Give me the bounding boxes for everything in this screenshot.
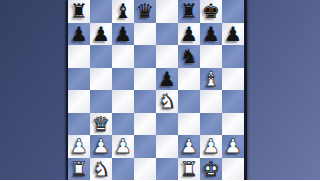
black-rook-a8[interactable]: ♜	[70, 0, 88, 23]
white-pawn-b2[interactable]: ♟	[92, 135, 110, 158]
square-b6[interactable]	[90, 45, 112, 68]
background: ♜♝♛♜♚♟♟♟♟♟♟♞♟♝♞♛♟♟♟♟♟♟♜♞♜♚	[0, 0, 320, 180]
square-h8[interactable]	[222, 0, 244, 23]
square-d4[interactable]	[134, 90, 156, 113]
square-g6[interactable]	[200, 45, 222, 68]
square-g1[interactable]: ♚	[200, 158, 222, 181]
square-f1[interactable]: ♜	[178, 158, 200, 181]
square-f4[interactable]	[178, 90, 200, 113]
square-h6[interactable]	[222, 45, 244, 68]
square-f7[interactable]: ♟	[178, 23, 200, 46]
black-king-g8[interactable]: ♚	[202, 0, 220, 23]
square-d3[interactable]	[134, 113, 156, 136]
white-rook-f1[interactable]: ♜	[180, 158, 198, 181]
square-g5[interactable]: ♝	[200, 68, 222, 91]
square-f8[interactable]: ♜	[178, 0, 200, 23]
square-b7[interactable]: ♟	[90, 23, 112, 46]
black-pawn-h7[interactable]: ♟	[224, 23, 242, 46]
square-e8[interactable]	[156, 0, 178, 23]
square-d5[interactable]	[134, 68, 156, 91]
black-pawn-g7[interactable]: ♟	[202, 23, 220, 46]
square-g2[interactable]: ♟	[200, 135, 222, 158]
square-d6[interactable]	[134, 45, 156, 68]
square-g8[interactable]: ♚	[200, 0, 222, 23]
square-a7[interactable]: ♟	[68, 23, 90, 46]
black-pawn-a7[interactable]: ♟	[70, 23, 88, 46]
square-e6[interactable]	[156, 45, 178, 68]
white-pawn-g2[interactable]: ♟	[202, 135, 220, 158]
square-h1[interactable]	[222, 158, 244, 181]
square-f5[interactable]	[178, 68, 200, 91]
square-b8[interactable]	[90, 0, 112, 23]
square-h5[interactable]	[222, 68, 244, 91]
black-pawn-f7[interactable]: ♟	[180, 23, 198, 46]
square-a5[interactable]	[68, 68, 90, 91]
square-c2[interactable]: ♟	[112, 135, 134, 158]
square-f6[interactable]: ♞	[178, 45, 200, 68]
square-d7[interactable]	[134, 23, 156, 46]
square-h7[interactable]: ♟	[222, 23, 244, 46]
square-e4[interactable]: ♞	[156, 90, 178, 113]
white-king-g1[interactable]: ♚	[202, 158, 220, 181]
square-c5[interactable]	[112, 68, 134, 91]
square-a3[interactable]	[68, 113, 90, 136]
square-b2[interactable]: ♟	[90, 135, 112, 158]
square-f2[interactable]: ♟	[178, 135, 200, 158]
square-h4[interactable]	[222, 90, 244, 113]
square-d8[interactable]: ♛	[134, 0, 156, 23]
square-a8[interactable]: ♜	[68, 0, 90, 23]
square-c8[interactable]: ♝	[112, 0, 134, 23]
square-c1[interactable]	[112, 158, 134, 181]
square-b4[interactable]	[90, 90, 112, 113]
black-pawn-c7[interactable]: ♟	[114, 23, 132, 46]
white-queen-b3[interactable]: ♛	[92, 113, 110, 136]
white-pawn-c2[interactable]: ♟	[114, 135, 132, 158]
square-e7[interactable]	[156, 23, 178, 46]
square-c4[interactable]	[112, 90, 134, 113]
square-c6[interactable]	[112, 45, 134, 68]
black-pawn-e5[interactable]: ♟	[158, 68, 176, 91]
square-b1[interactable]: ♞	[90, 158, 112, 181]
square-h2[interactable]: ♟	[222, 135, 244, 158]
square-b3[interactable]: ♛	[90, 113, 112, 136]
square-a4[interactable]	[68, 90, 90, 113]
white-rook-a1[interactable]: ♜	[70, 158, 88, 181]
white-bishop-g5[interactable]: ♝	[202, 68, 220, 91]
square-c3[interactable]	[112, 113, 134, 136]
white-pawn-a2[interactable]: ♟	[70, 135, 88, 158]
black-knight-f6[interactable]: ♞	[180, 45, 198, 68]
chess-board: ♜♝♛♜♚♟♟♟♟♟♟♞♟♝♞♛♟♟♟♟♟♟♜♞♜♚	[66, 0, 247, 180]
black-pawn-b7[interactable]: ♟	[92, 23, 110, 46]
square-e2[interactable]	[156, 135, 178, 158]
square-e1[interactable]	[156, 158, 178, 181]
white-knight-b1[interactable]: ♞	[92, 158, 110, 181]
square-e5[interactable]: ♟	[156, 68, 178, 91]
white-pawn-h2[interactable]: ♟	[224, 135, 242, 158]
white-pawn-f2[interactable]: ♟	[180, 135, 198, 158]
square-f3[interactable]	[178, 113, 200, 136]
black-rook-f8[interactable]: ♜	[180, 0, 198, 23]
square-c7[interactable]: ♟	[112, 23, 134, 46]
square-g4[interactable]	[200, 90, 222, 113]
square-g7[interactable]: ♟	[200, 23, 222, 46]
square-d1[interactable]	[134, 158, 156, 181]
black-queen-d8[interactable]: ♛	[136, 0, 154, 23]
square-b5[interactable]	[90, 68, 112, 91]
square-a6[interactable]	[68, 45, 90, 68]
white-knight-e4[interactable]: ♞	[158, 90, 176, 113]
square-a2[interactable]: ♟	[68, 135, 90, 158]
square-d2[interactable]	[134, 135, 156, 158]
square-g3[interactable]	[200, 113, 222, 136]
square-h3[interactable]	[222, 113, 244, 136]
square-e3[interactable]	[156, 113, 178, 136]
square-a1[interactable]: ♜	[68, 158, 90, 181]
black-bishop-c8[interactable]: ♝	[114, 0, 132, 23]
